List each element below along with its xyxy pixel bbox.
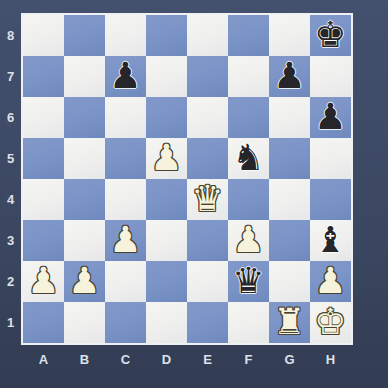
square-f4[interactable] (228, 179, 269, 220)
square-a2[interactable]: ♟ (23, 261, 64, 302)
square-h5[interactable] (310, 138, 351, 179)
rank-label-4: 4 (0, 179, 21, 220)
square-b8[interactable] (64, 15, 105, 56)
square-c5[interactable] (105, 138, 146, 179)
square-h6[interactable]: ♟ (310, 97, 351, 138)
piece-white-pawn-f3[interactable]: ♟ (232, 220, 264, 260)
rank-label-6: 6 (0, 97, 21, 138)
square-e1[interactable] (187, 302, 228, 343)
square-g4[interactable] (269, 179, 310, 220)
piece-white-pawn-d5[interactable]: ♟ (150, 138, 182, 178)
square-g5[interactable] (269, 138, 310, 179)
square-g7[interactable]: ♟ (269, 56, 310, 97)
square-d2[interactable] (146, 261, 187, 302)
square-f7[interactable] (228, 56, 269, 97)
file-label-c: C (105, 346, 146, 372)
square-c6[interactable] (105, 97, 146, 138)
square-a6[interactable] (23, 97, 64, 138)
chess-board-screen: 87654321 ♚♟♟♟♟♞♛♟♟♝♟♟♛♟♜♚ ABCDEFGH (0, 0, 388, 388)
piece-black-queen-f2[interactable]: ♛ (232, 261, 264, 301)
square-h2[interactable]: ♟ (310, 261, 351, 302)
square-a7[interactable] (23, 56, 64, 97)
square-h4[interactable] (310, 179, 351, 220)
square-c3[interactable]: ♟ (105, 220, 146, 261)
piece-black-bishop-h3[interactable]: ♝ (314, 220, 346, 260)
square-d6[interactable] (146, 97, 187, 138)
square-d7[interactable] (146, 56, 187, 97)
square-a3[interactable] (23, 220, 64, 261)
square-b2[interactable]: ♟ (64, 261, 105, 302)
square-b1[interactable] (64, 302, 105, 343)
square-b5[interactable] (64, 138, 105, 179)
piece-white-pawn-a2[interactable]: ♟ (27, 261, 59, 301)
square-f6[interactable] (228, 97, 269, 138)
rank-labels: 87654321 (0, 15, 21, 343)
square-c2[interactable] (105, 261, 146, 302)
piece-white-pawn-h2[interactable]: ♟ (314, 261, 346, 301)
square-f5[interactable]: ♞ (228, 138, 269, 179)
file-labels: ABCDEFGH (23, 346, 351, 372)
piece-white-rook-g1[interactable]: ♜ (273, 302, 305, 342)
square-h3[interactable]: ♝ (310, 220, 351, 261)
square-b7[interactable] (64, 56, 105, 97)
rank-label-3: 3 (0, 220, 21, 261)
square-g1[interactable]: ♜ (269, 302, 310, 343)
square-f8[interactable] (228, 15, 269, 56)
square-g6[interactable] (269, 97, 310, 138)
square-g8[interactable] (269, 15, 310, 56)
square-b6[interactable] (64, 97, 105, 138)
square-f2[interactable]: ♛ (228, 261, 269, 302)
square-a4[interactable] (23, 179, 64, 220)
rank-label-2: 2 (0, 261, 21, 302)
square-a1[interactable] (23, 302, 64, 343)
file-label-a: A (23, 346, 64, 372)
square-e7[interactable] (187, 56, 228, 97)
square-b3[interactable] (64, 220, 105, 261)
square-f1[interactable] (228, 302, 269, 343)
square-d5[interactable]: ♟ (146, 138, 187, 179)
rank-label-5: 5 (0, 138, 21, 179)
file-label-e: E (187, 346, 228, 372)
square-e6[interactable] (187, 97, 228, 138)
square-f3[interactable]: ♟ (228, 220, 269, 261)
square-e2[interactable] (187, 261, 228, 302)
square-a8[interactable] (23, 15, 64, 56)
file-label-d: D (146, 346, 187, 372)
chess-board: ♚♟♟♟♟♞♛♟♟♝♟♟♛♟♜♚ (21, 13, 353, 345)
rank-label-1: 1 (0, 302, 21, 343)
file-label-b: B (64, 346, 105, 372)
piece-black-knight-f5[interactable]: ♞ (232, 138, 264, 178)
square-a5[interactable] (23, 138, 64, 179)
square-h8[interactable]: ♚ (310, 15, 351, 56)
piece-black-pawn-h6[interactable]: ♟ (314, 97, 346, 137)
square-d4[interactable] (146, 179, 187, 220)
square-g3[interactable] (269, 220, 310, 261)
rank-label-7: 7 (0, 56, 21, 97)
piece-black-pawn-c7[interactable]: ♟ (109, 56, 141, 96)
file-label-h: H (310, 346, 351, 372)
square-d3[interactable] (146, 220, 187, 261)
file-label-g: G (269, 346, 310, 372)
square-d1[interactable] (146, 302, 187, 343)
square-c4[interactable] (105, 179, 146, 220)
square-e4[interactable]: ♛ (187, 179, 228, 220)
square-c8[interactable] (105, 15, 146, 56)
piece-white-pawn-b2[interactable]: ♟ (68, 261, 100, 301)
rank-label-8: 8 (0, 15, 21, 56)
square-c7[interactable]: ♟ (105, 56, 146, 97)
piece-white-pawn-c3[interactable]: ♟ (109, 220, 141, 260)
square-b4[interactable] (64, 179, 105, 220)
square-e3[interactable] (187, 220, 228, 261)
piece-white-queen-e4[interactable]: ♛ (191, 179, 223, 219)
square-h1[interactable]: ♚ (310, 302, 351, 343)
piece-black-king-h8[interactable]: ♚ (314, 15, 346, 55)
square-g2[interactable] (269, 261, 310, 302)
square-d8[interactable] (146, 15, 187, 56)
square-h7[interactable] (310, 56, 351, 97)
piece-white-king-h1[interactable]: ♚ (314, 302, 346, 342)
file-label-f: F (228, 346, 269, 372)
square-c1[interactable] (105, 302, 146, 343)
square-e5[interactable] (187, 138, 228, 179)
piece-black-pawn-g7[interactable]: ♟ (273, 56, 305, 96)
square-e8[interactable] (187, 15, 228, 56)
